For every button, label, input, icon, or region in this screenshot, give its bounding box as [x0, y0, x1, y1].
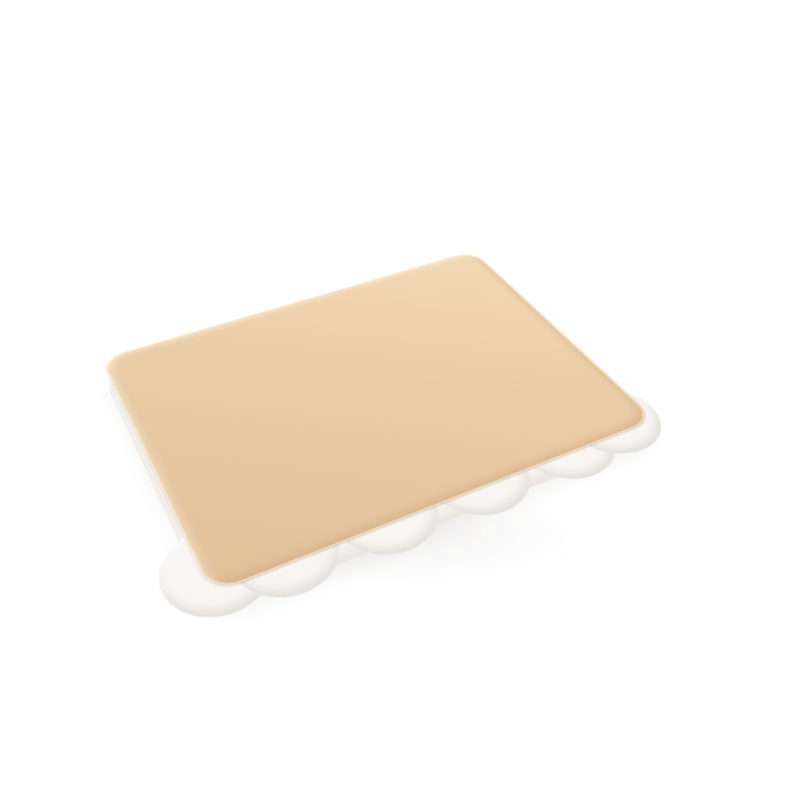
product-photo — [0, 0, 800, 800]
muffin-pan — [101, 251, 656, 595]
photo-stage — [0, 0, 800, 800]
